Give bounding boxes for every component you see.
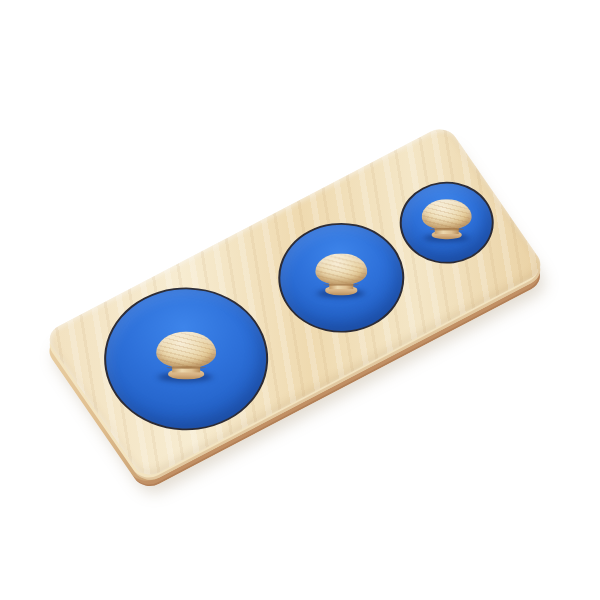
knob-cap xyxy=(422,199,472,229)
scene xyxy=(0,39,600,561)
product-photo xyxy=(0,0,600,600)
knob-cap xyxy=(156,332,216,368)
knob-handle-small[interactable] xyxy=(422,199,472,239)
knob-handle-medium[interactable] xyxy=(315,253,367,295)
knob-cap xyxy=(315,253,367,285)
puzzle-board xyxy=(43,124,547,481)
knob-handle-large[interactable] xyxy=(156,332,216,380)
knob-groove xyxy=(166,366,207,369)
knob-groove xyxy=(430,228,464,230)
